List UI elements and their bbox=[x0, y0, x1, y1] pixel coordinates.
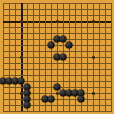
star-point bbox=[20, 56, 23, 59]
star-point bbox=[92, 56, 95, 59]
vertical-line bbox=[33, 3, 34, 112]
vertical-line bbox=[15, 3, 16, 112]
star-point bbox=[92, 20, 95, 23]
black-stone[interactable] bbox=[48, 42, 55, 49]
vertical-line bbox=[21, 3, 23, 112]
black-stone[interactable] bbox=[54, 84, 61, 91]
vertical-line bbox=[9, 3, 10, 112]
horizontal-line bbox=[3, 27, 112, 28]
black-stone[interactable] bbox=[66, 42, 73, 49]
vertical-line bbox=[39, 3, 40, 112]
vertical-line bbox=[111, 3, 112, 112]
star-point bbox=[56, 92, 59, 95]
star-point bbox=[92, 92, 95, 95]
horizontal-line bbox=[3, 93, 112, 94]
horizontal-line bbox=[3, 99, 112, 100]
black-stone[interactable] bbox=[78, 96, 85, 103]
go-board[interactable] bbox=[0, 0, 114, 114]
vertical-line bbox=[99, 3, 100, 112]
horizontal-line bbox=[3, 111, 112, 112]
black-stone[interactable] bbox=[18, 78, 25, 85]
horizontal-line bbox=[3, 3, 112, 4]
star-point bbox=[56, 20, 59, 23]
vertical-line bbox=[105, 3, 106, 112]
star-point bbox=[20, 20, 23, 23]
horizontal-line bbox=[3, 21, 112, 23]
horizontal-line bbox=[3, 15, 112, 16]
horizontal-line bbox=[3, 63, 112, 64]
horizontal-line bbox=[3, 105, 112, 106]
vertical-line bbox=[3, 3, 4, 112]
black-stone[interactable] bbox=[24, 102, 31, 109]
horizontal-line bbox=[3, 75, 112, 76]
star-point bbox=[20, 92, 23, 95]
horizontal-line bbox=[3, 51, 112, 52]
vertical-line bbox=[93, 3, 94, 112]
vertical-line bbox=[87, 3, 88, 112]
horizontal-line bbox=[3, 33, 112, 34]
black-stone[interactable] bbox=[60, 54, 67, 61]
black-stone[interactable] bbox=[60, 36, 67, 43]
black-stone[interactable] bbox=[48, 96, 55, 103]
horizontal-line bbox=[3, 45, 112, 46]
horizontal-line bbox=[3, 9, 112, 10]
horizontal-line bbox=[3, 69, 112, 70]
